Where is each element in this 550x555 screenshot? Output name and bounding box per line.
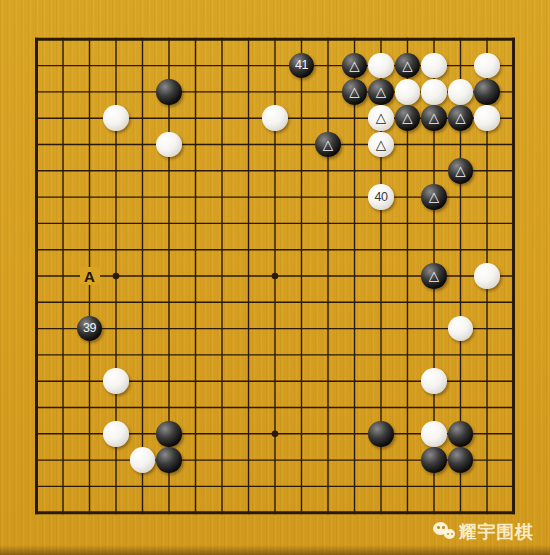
watermark-text: 耀宇围棋 [459, 520, 533, 544]
stone-white [474, 263, 500, 289]
stone-white [368, 53, 394, 79]
stone-white [421, 421, 447, 447]
stone-white [103, 421, 129, 447]
stone-black: △ [368, 79, 394, 105]
stone-white [474, 105, 500, 131]
board-bottom-shadow [0, 545, 550, 555]
stone-black: △ [448, 158, 474, 184]
triangle-mark-icon: △ [429, 111, 439, 125]
stone-black [448, 447, 474, 473]
stone-black: △ [421, 184, 447, 210]
stone-white: △ [368, 105, 394, 131]
wechat-icon [433, 520, 459, 544]
move-number: 41 [295, 59, 308, 72]
stone-black [474, 79, 500, 105]
stone-black: △ [342, 53, 368, 79]
triangle-mark-icon: △ [349, 58, 359, 72]
stone-black: △ [315, 132, 341, 158]
stone-black [156, 447, 182, 473]
stone-black: △ [448, 105, 474, 131]
stone-white [395, 79, 421, 105]
stones-layer: 41△△△△△△△△△△△40△△39A [0, 0, 550, 555]
stone-black: △ [395, 105, 421, 131]
stone-white [421, 79, 447, 105]
triangle-mark-icon: △ [349, 85, 359, 99]
triangle-mark-icon: △ [376, 111, 386, 125]
triangle-mark-icon: △ [376, 137, 386, 151]
stone-white [130, 447, 156, 473]
stone-white [103, 368, 129, 394]
triangle-mark-icon: △ [455, 111, 465, 125]
triangle-mark-icon: △ [402, 58, 412, 72]
board-label-A: A [80, 267, 100, 285]
triangle-mark-icon: △ [455, 164, 465, 178]
triangle-mark-icon: △ [376, 85, 386, 99]
stone-white: △ [368, 132, 394, 158]
stone-white [103, 105, 129, 131]
triangle-mark-icon: △ [429, 269, 439, 283]
stone-black: △ [421, 263, 447, 289]
stone-white [448, 316, 474, 342]
stone-black: 41 [289, 53, 315, 79]
stone-black [368, 421, 394, 447]
stone-black [448, 421, 474, 447]
stone-white [474, 53, 500, 79]
stone-black [156, 421, 182, 447]
move-number: 40 [375, 191, 388, 204]
triangle-mark-icon: △ [429, 190, 439, 204]
stone-white [156, 132, 182, 158]
stone-white [448, 79, 474, 105]
stone-black [421, 447, 447, 473]
move-number: 39 [83, 322, 96, 335]
triangle-mark-icon: △ [323, 137, 333, 151]
stone-black: △ [342, 79, 368, 105]
stone-black: △ [421, 105, 447, 131]
triangle-mark-icon: △ [402, 111, 412, 125]
stone-black: △ [395, 53, 421, 79]
stone-white: 40 [368, 184, 394, 210]
stone-white [421, 53, 447, 79]
stone-black: 39 [77, 316, 103, 342]
stone-black [156, 79, 182, 105]
watermark: 耀宇围棋 [433, 518, 545, 546]
stone-white [421, 368, 447, 394]
stone-white [262, 105, 288, 131]
go-diagram: 41△△△△△△△△△△△40△△39A 耀宇围棋 [0, 0, 550, 555]
